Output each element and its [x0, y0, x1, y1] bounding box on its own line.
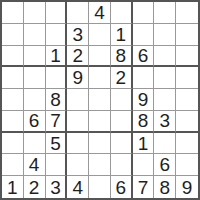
cell-r6c5[interactable] [89, 111, 111, 133]
cell-r3c3[interactable]: 1 [46, 46, 68, 68]
cell-r4c3[interactable] [46, 67, 68, 89]
cell-r1c9[interactable] [176, 2, 198, 24]
cell-r2c4[interactable]: 3 [67, 24, 89, 46]
cell-r6c4[interactable] [67, 111, 89, 133]
cell-r8c5[interactable] [89, 154, 111, 176]
cell-r7c4[interactable] [67, 133, 89, 155]
cell-r4c9[interactable] [176, 67, 198, 89]
cell-r9c3[interactable]: 3 [46, 176, 68, 198]
cell-r9c8[interactable]: 8 [154, 176, 176, 198]
cell-r3c5[interactable] [89, 46, 111, 68]
cell-r6c7[interactable]: 8 [133, 111, 155, 133]
cell-r5c3[interactable]: 8 [46, 89, 68, 111]
cell-r3c7[interactable]: 6 [133, 46, 155, 68]
cell-r9c6[interactable]: 6 [111, 176, 133, 198]
cell-r7c6[interactable] [111, 133, 133, 155]
cell-r2c6[interactable]: 1 [111, 24, 133, 46]
cell-r6c2[interactable]: 6 [24, 111, 46, 133]
cell-r8c6[interactable] [111, 154, 133, 176]
cell-r4c8[interactable] [154, 67, 176, 89]
cell-r2c5[interactable] [89, 24, 111, 46]
cell-r8c3[interactable] [46, 154, 68, 176]
cell-r6c3[interactable]: 7 [46, 111, 68, 133]
cell-r1c7[interactable] [133, 2, 155, 24]
cell-r9c2[interactable]: 2 [24, 176, 46, 198]
cell-r4c6[interactable]: 2 [111, 67, 133, 89]
cell-r6c9[interactable] [176, 111, 198, 133]
cell-r2c7[interactable] [133, 24, 155, 46]
cell-r6c8[interactable]: 3 [154, 111, 176, 133]
cell-r5c1[interactable] [2, 89, 24, 111]
cell-r4c4[interactable]: 9 [67, 67, 89, 89]
cell-r4c5[interactable] [89, 67, 111, 89]
cell-r8c1[interactable] [2, 154, 24, 176]
cell-r4c7[interactable] [133, 67, 155, 89]
cell-r8c9[interactable] [176, 154, 198, 176]
cell-r4c2[interactable] [24, 67, 46, 89]
cell-r2c9[interactable] [176, 24, 198, 46]
cell-r5c6[interactable] [111, 89, 133, 111]
cell-r8c8[interactable]: 6 [154, 154, 176, 176]
cell-r5c2[interactable] [24, 89, 46, 111]
cell-r7c7[interactable]: 1 [133, 133, 155, 155]
cell-r1c6[interactable] [111, 2, 133, 24]
cell-r2c2[interactable] [24, 24, 46, 46]
cell-r6c6[interactable] [111, 111, 133, 133]
cell-r1c4[interactable] [67, 2, 89, 24]
cell-r3c8[interactable] [154, 46, 176, 68]
cell-r9c5[interactable] [89, 176, 111, 198]
cell-r2c3[interactable] [46, 24, 68, 46]
cell-r7c5[interactable] [89, 133, 111, 155]
cell-r7c8[interactable] [154, 133, 176, 155]
cell-r3c4[interactable]: 2 [67, 46, 89, 68]
cell-r1c3[interactable] [46, 2, 68, 24]
cell-r3c9[interactable] [176, 46, 198, 68]
sudoku-board: 431128692896783514612346789 [0, 0, 200, 200]
cell-r1c8[interactable] [154, 2, 176, 24]
cell-r9c7[interactable]: 7 [133, 176, 155, 198]
cell-r2c1[interactable] [2, 24, 24, 46]
cell-r9c9[interactable]: 9 [176, 176, 198, 198]
cell-r5c7[interactable]: 9 [133, 89, 155, 111]
cell-r9c1[interactable]: 1 [2, 176, 24, 198]
cell-r6c1[interactable] [2, 111, 24, 133]
cell-r2c8[interactable] [154, 24, 176, 46]
cell-r4c1[interactable] [2, 67, 24, 89]
cell-r5c9[interactable] [176, 89, 198, 111]
cell-r8c2[interactable]: 4 [24, 154, 46, 176]
cell-r8c4[interactable] [67, 154, 89, 176]
cell-r9c4[interactable]: 4 [67, 176, 89, 198]
cell-r7c9[interactable] [176, 133, 198, 155]
cell-r3c2[interactable] [24, 46, 46, 68]
cell-r7c3[interactable]: 5 [46, 133, 68, 155]
cell-r3c6[interactable]: 8 [111, 46, 133, 68]
cell-r5c5[interactable] [89, 89, 111, 111]
cell-r1c5[interactable]: 4 [89, 2, 111, 24]
cell-r8c7[interactable] [133, 154, 155, 176]
cell-r1c1[interactable] [2, 2, 24, 24]
cell-r3c1[interactable] [2, 46, 24, 68]
cell-r1c2[interactable] [24, 2, 46, 24]
cell-r7c1[interactable] [2, 133, 24, 155]
cell-r5c4[interactable] [67, 89, 89, 111]
cell-r5c8[interactable] [154, 89, 176, 111]
cell-r7c2[interactable] [24, 133, 46, 155]
